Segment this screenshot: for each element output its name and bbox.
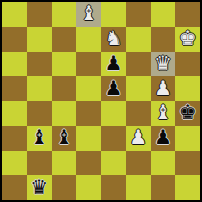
square-d4[interactable] — [76, 101, 101, 126]
square-g3[interactable]: ♟ — [151, 126, 176, 151]
square-c2[interactable] — [52, 151, 77, 176]
square-c8[interactable] — [52, 2, 77, 27]
square-b4[interactable] — [27, 101, 52, 126]
square-c7[interactable] — [52, 27, 77, 52]
square-g1[interactable] — [151, 175, 176, 200]
square-a3[interactable] — [2, 126, 27, 151]
piece-black-pawn[interactable]: ♟ — [154, 127, 172, 147]
piece-black-bishop[interactable]: ♝ — [55, 127, 73, 147]
square-e1[interactable] — [101, 175, 126, 200]
square-c1[interactable] — [52, 175, 77, 200]
square-a5[interactable] — [2, 76, 27, 101]
square-c3[interactable]: ♝ — [52, 126, 77, 151]
square-d3[interactable] — [76, 126, 101, 151]
square-e3[interactable] — [101, 126, 126, 151]
square-a4[interactable] — [2, 101, 27, 126]
square-h4[interactable]: ♚ — [175, 101, 200, 126]
chess-board: ♝♞♚♟♛♟♟♝♚♝♝♟♟♛ — [2, 2, 200, 200]
square-a1[interactable] — [2, 175, 27, 200]
square-h6[interactable] — [175, 52, 200, 77]
square-a2[interactable] — [2, 151, 27, 176]
piece-white-king[interactable]: ♚ — [179, 28, 197, 48]
chess-board-frame: ♝♞♚♟♛♟♟♝♚♝♝♟♟♛ — [0, 0, 202, 202]
square-d1[interactable] — [76, 175, 101, 200]
square-g6[interactable]: ♛ — [151, 52, 176, 77]
square-d7[interactable] — [76, 27, 101, 52]
square-a8[interactable] — [2, 2, 27, 27]
piece-black-queen[interactable]: ♛ — [30, 177, 48, 197]
piece-black-bishop[interactable]: ♝ — [30, 127, 48, 147]
square-g4[interactable]: ♝ — [151, 101, 176, 126]
square-h2[interactable] — [175, 151, 200, 176]
square-e7[interactable]: ♞ — [101, 27, 126, 52]
piece-white-pawn[interactable]: ♟ — [129, 127, 147, 147]
square-b5[interactable] — [27, 76, 52, 101]
square-b2[interactable] — [27, 151, 52, 176]
square-f2[interactable] — [126, 151, 151, 176]
square-d5[interactable] — [76, 76, 101, 101]
square-f8[interactable] — [126, 2, 151, 27]
square-a7[interactable] — [2, 27, 27, 52]
square-e6[interactable]: ♟ — [101, 52, 126, 77]
square-h3[interactable] — [175, 126, 200, 151]
square-g5[interactable]: ♟ — [151, 76, 176, 101]
piece-white-bishop[interactable]: ♝ — [80, 3, 98, 23]
square-b1[interactable]: ♛ — [27, 175, 52, 200]
square-d2[interactable] — [76, 151, 101, 176]
square-e4[interactable] — [101, 101, 126, 126]
square-b7[interactable] — [27, 27, 52, 52]
square-f1[interactable] — [126, 175, 151, 200]
square-g2[interactable] — [151, 151, 176, 176]
square-d6[interactable] — [76, 52, 101, 77]
square-h1[interactable] — [175, 175, 200, 200]
square-f6[interactable] — [126, 52, 151, 77]
square-f3[interactable]: ♟ — [126, 126, 151, 151]
piece-white-queen[interactable]: ♛ — [154, 53, 172, 73]
square-g7[interactable] — [151, 27, 176, 52]
square-h8[interactable] — [175, 2, 200, 27]
piece-black-pawn[interactable]: ♟ — [104, 78, 122, 98]
square-c6[interactable] — [52, 52, 77, 77]
square-b3[interactable]: ♝ — [27, 126, 52, 151]
piece-white-knight[interactable]: ♞ — [104, 28, 122, 48]
piece-black-pawn[interactable]: ♟ — [104, 53, 122, 73]
square-b8[interactable] — [27, 2, 52, 27]
square-f4[interactable] — [126, 101, 151, 126]
piece-white-pawn[interactable]: ♟ — [154, 78, 172, 98]
square-e5[interactable]: ♟ — [101, 76, 126, 101]
square-e8[interactable] — [101, 2, 126, 27]
square-c5[interactable] — [52, 76, 77, 101]
square-f7[interactable] — [126, 27, 151, 52]
square-h7[interactable]: ♚ — [175, 27, 200, 52]
square-g8[interactable] — [151, 2, 176, 27]
square-f5[interactable] — [126, 76, 151, 101]
square-a6[interactable] — [2, 52, 27, 77]
square-e2[interactable] — [101, 151, 126, 176]
square-c4[interactable] — [52, 101, 77, 126]
square-d8[interactable]: ♝ — [76, 2, 101, 27]
piece-white-bishop[interactable]: ♝ — [154, 102, 172, 122]
piece-black-king[interactable]: ♚ — [179, 102, 197, 122]
square-h5[interactable] — [175, 76, 200, 101]
square-b6[interactable] — [27, 52, 52, 77]
